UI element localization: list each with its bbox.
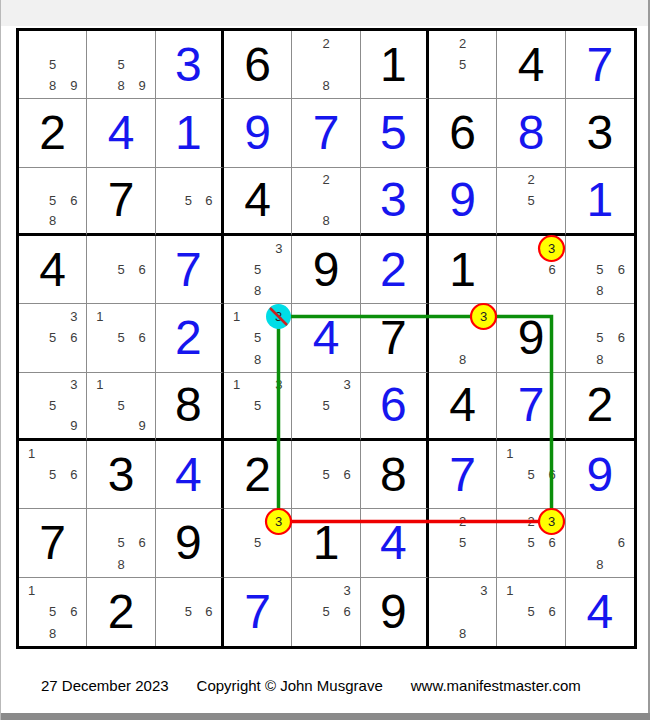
candidate-5: 5	[42, 190, 63, 210]
cell-r7c6: 8	[361, 441, 429, 509]
candidate-1: 1	[499, 580, 520, 601]
solved-digit: 4	[292, 304, 359, 371]
cell-r9c2: 2	[87, 578, 155, 646]
candidate-5: 5	[178, 601, 198, 622]
footer-website: www.manifestmaster.com	[411, 677, 581, 694]
given-digit: 9	[156, 509, 221, 576]
cell-r5c6: 7	[361, 304, 429, 372]
candidate-2: 2	[520, 170, 541, 190]
given-digit: 2	[566, 373, 634, 438]
solved-digit: 7	[292, 99, 359, 166]
cell-r3c4: 4	[224, 168, 292, 236]
candidate-9: 9	[63, 75, 84, 96]
candidates: 25	[499, 170, 562, 231]
given-digit: 9	[497, 304, 564, 371]
cell-r4c8: 36	[497, 236, 565, 304]
cell-r8c4: 35	[224, 509, 292, 577]
cell-r1c5: 28	[292, 31, 360, 99]
candidate-5: 5	[589, 327, 610, 348]
candidates: 359	[21, 375, 84, 436]
cell-r3c3: 56	[156, 168, 224, 236]
given-digit: 1	[361, 31, 426, 98]
candidates: 1568	[21, 580, 84, 644]
solved-digit: 4	[87, 99, 154, 166]
candidate-5: 5	[452, 54, 473, 75]
cell-r6c8: 7	[497, 373, 565, 441]
solved-digit: 4	[156, 441, 221, 508]
given-digit: 4	[497, 31, 564, 98]
candidates: 568	[89, 511, 152, 574]
candidate-6: 6	[132, 259, 153, 280]
candidates: 25	[431, 33, 494, 96]
solved-digit: 4	[566, 578, 634, 646]
cell-r1c3: 3	[156, 31, 224, 99]
candidate-2: 2	[452, 511, 473, 532]
candidate-3: 3	[268, 238, 289, 259]
cell-r4c5: 9	[292, 236, 360, 304]
cell-r2c8: 8	[497, 99, 565, 167]
given-digit: 3	[87, 441, 154, 508]
cell-r6c4: 135	[224, 373, 292, 441]
cell-r7c9: 9	[566, 441, 634, 509]
cell-r7c5: 56	[292, 441, 360, 509]
given-digit: 9	[292, 236, 359, 303]
cell-r5c2: 156	[87, 304, 155, 372]
candidate-5: 5	[110, 259, 131, 280]
given-digit: 9	[361, 578, 426, 646]
cell-r9c9: 4	[566, 578, 634, 646]
candidates: 56	[158, 580, 219, 644]
candidates: 28	[294, 33, 357, 96]
candidate-6: 6	[132, 532, 153, 553]
candidate-8: 8	[42, 75, 63, 96]
cell-r4c2: 56	[87, 236, 155, 304]
candidate-2: 2	[315, 170, 336, 190]
given-digit: 2	[19, 99, 86, 166]
cell-r2c3: 1	[156, 99, 224, 167]
candidates: 156	[499, 580, 562, 644]
cell-r4c9: 568	[566, 236, 634, 304]
candidate-8: 8	[315, 75, 336, 96]
page: 5895893628125472419756835687564283925145…	[0, 0, 650, 720]
candidates: 56	[158, 170, 219, 231]
cell-r2c1: 2	[19, 99, 87, 167]
candidate-8: 8	[110, 554, 131, 575]
solved-digit: 9	[566, 441, 634, 508]
cell-r9c7: 38	[429, 578, 497, 646]
candidate-5: 5	[520, 532, 541, 553]
candidate-6: 6	[542, 259, 563, 280]
cell-r5c7: 38	[429, 304, 497, 372]
solved-digit: 7	[224, 578, 291, 646]
candidate-5: 5	[315, 395, 336, 415]
candidates: 589	[89, 33, 152, 96]
candidates: 356	[21, 306, 84, 369]
cell-r3c2: 7	[87, 168, 155, 236]
candidate-5: 5	[42, 464, 63, 485]
solved-digit: 9	[429, 168, 496, 233]
cell-r9c4: 7	[224, 578, 292, 646]
candidates: 156	[499, 443, 562, 506]
candidate-6: 6	[63, 464, 84, 485]
solved-digit: 3	[361, 168, 426, 233]
candidate-1: 1	[226, 375, 247, 395]
solved-digit: 1	[156, 99, 221, 166]
candidate-5: 5	[520, 190, 541, 210]
cell-r7c3: 4	[156, 441, 224, 509]
candidate-5: 5	[247, 327, 268, 348]
cell-r2c2: 4	[87, 99, 155, 167]
cell-r5c8: 9	[497, 304, 565, 372]
candidates: 356	[294, 580, 357, 644]
solved-digit: 7	[156, 236, 221, 303]
candidates: 156	[89, 306, 152, 369]
cell-r1c6: 1	[361, 31, 429, 99]
candidate-6: 6	[542, 532, 563, 553]
candidate-5: 5	[42, 395, 63, 415]
candidate-2: 2	[452, 33, 473, 54]
cell-r8c3: 9	[156, 509, 224, 577]
candidate-6: 6	[337, 601, 358, 622]
solved-digit: 2	[361, 236, 426, 303]
candidates: 159	[89, 375, 152, 436]
cell-r1c2: 589	[87, 31, 155, 99]
candidates: 156	[21, 443, 84, 506]
cell-r1c1: 589	[19, 31, 87, 99]
given-digit: 4	[429, 373, 496, 438]
cell-r3c9: 1	[566, 168, 634, 236]
cell-r5c4: 1358	[224, 304, 292, 372]
cell-r4c4: 358	[224, 236, 292, 304]
candidate-6: 6	[63, 601, 84, 622]
candidates: 135	[226, 375, 289, 436]
candidate-3: 3	[542, 511, 563, 532]
candidate-6: 6	[199, 601, 219, 622]
candidates: 68	[568, 511, 632, 574]
solved-digit: 7	[429, 441, 496, 508]
cell-r7c1: 156	[19, 441, 87, 509]
cell-r6c6: 6	[361, 373, 429, 441]
candidate-8: 8	[315, 211, 336, 231]
candidate-2: 2	[315, 33, 336, 54]
candidate-5: 5	[110, 532, 131, 553]
given-digit: 4	[224, 168, 291, 233]
candidate-9: 9	[132, 416, 153, 436]
cell-r2c7: 6	[429, 99, 497, 167]
cell-r3c5: 28	[292, 168, 360, 236]
candidate-3: 3	[63, 375, 84, 395]
candidate-8: 8	[589, 349, 610, 370]
solved-digit: 7	[566, 31, 634, 98]
candidate-5: 5	[315, 601, 336, 622]
candidate-8: 8	[247, 349, 268, 370]
candidate-6: 6	[199, 190, 219, 210]
candidate-8: 8	[452, 623, 473, 644]
cell-r9c1: 1568	[19, 578, 87, 646]
candidate-5: 5	[110, 327, 131, 348]
candidates: 35	[294, 375, 357, 436]
cell-r4c1: 4	[19, 236, 87, 304]
cell-r9c5: 356	[292, 578, 360, 646]
cell-r2c4: 9	[224, 99, 292, 167]
candidate-5: 5	[452, 532, 473, 553]
candidates: 1358	[226, 306, 289, 369]
solved-digit: 1	[566, 168, 634, 233]
candidate-3: 3	[337, 580, 358, 601]
cell-r6c3: 8	[156, 373, 224, 441]
given-digit: 8	[361, 441, 426, 508]
solved-digit: 5	[361, 99, 426, 166]
candidates: 589	[21, 33, 84, 96]
candidate-2: 2	[520, 511, 541, 532]
candidate-5: 5	[247, 395, 268, 415]
candidate-6: 6	[132, 327, 153, 348]
candidates: 358	[226, 238, 289, 301]
cell-r8c9: 68	[566, 509, 634, 577]
candidate-6: 6	[611, 327, 632, 348]
cell-r5c1: 356	[19, 304, 87, 372]
candidate-6: 6	[63, 190, 84, 210]
candidate-3: 3	[63, 306, 84, 327]
candidate-5: 5	[42, 54, 63, 75]
cell-r1c7: 25	[429, 31, 497, 99]
solved-digit: 8	[497, 99, 564, 166]
footer-date: 27 December 2023	[41, 677, 169, 694]
cell-r8c6: 4	[361, 509, 429, 577]
bottom-edge-bar	[1, 713, 650, 720]
cell-r9c8: 156	[497, 578, 565, 646]
candidate-3: 3	[268, 375, 289, 395]
cell-r9c3: 56	[156, 578, 224, 646]
cell-r7c7: 7	[429, 441, 497, 509]
candidate-5: 5	[42, 601, 63, 622]
candidate-8: 8	[589, 280, 610, 301]
candidates: 2356	[499, 511, 562, 574]
candidate-5: 5	[110, 54, 131, 75]
candidate-5: 5	[110, 395, 131, 415]
given-digit: 1	[429, 236, 496, 303]
solved-digit: 2	[156, 304, 221, 371]
candidate-8: 8	[247, 280, 268, 301]
candidates: 56	[89, 238, 152, 301]
candidate-8: 8	[110, 75, 131, 96]
candidate-6: 6	[542, 601, 563, 622]
cell-r6c2: 159	[87, 373, 155, 441]
candidate-5: 5	[589, 259, 610, 280]
given-digit: 1	[292, 509, 359, 576]
solved-digit: 3	[156, 31, 221, 98]
cell-r1c9: 7	[566, 31, 634, 99]
given-digit: 7	[361, 304, 426, 371]
given-digit: 2	[87, 578, 154, 646]
candidate-1: 1	[21, 580, 42, 601]
candidate-3: 3	[473, 306, 494, 327]
candidate-1: 1	[21, 443, 42, 464]
candidate-8: 8	[452, 349, 473, 370]
cell-r3c6: 3	[361, 168, 429, 236]
cell-r7c4: 2	[224, 441, 292, 509]
cell-r7c8: 156	[497, 441, 565, 509]
cell-r2c9: 3	[566, 99, 634, 167]
given-digit: 7	[87, 168, 154, 233]
footer-copyright: Copyright © John Musgrave	[197, 677, 383, 694]
cell-r3c7: 9	[429, 168, 497, 236]
given-digit: 6	[224, 31, 291, 98]
given-digit: 3	[566, 99, 634, 166]
cell-r4c3: 7	[156, 236, 224, 304]
candidates: 38	[431, 580, 494, 644]
candidates: 568	[568, 238, 632, 301]
cell-r7c2: 3	[87, 441, 155, 509]
candidate-6: 6	[63, 327, 84, 348]
cell-r8c8: 2356	[497, 509, 565, 577]
given-digit: 6	[429, 99, 496, 166]
given-digit: 8	[156, 373, 221, 438]
candidate-3: 3	[268, 306, 289, 327]
candidate-5: 5	[247, 259, 268, 280]
candidate-1: 1	[499, 443, 520, 464]
top-margin-band	[1, 0, 650, 26]
solved-digit: 6	[361, 373, 426, 438]
candidate-5: 5	[178, 190, 198, 210]
cell-r8c7: 25	[429, 509, 497, 577]
candidates: 56	[294, 443, 357, 506]
cell-r6c5: 35	[292, 373, 360, 441]
cell-r3c1: 568	[19, 168, 87, 236]
solved-digit: 9	[224, 99, 291, 166]
given-digit: 7	[19, 509, 86, 576]
candidate-5: 5	[520, 464, 541, 485]
candidates: 38	[431, 306, 494, 369]
cell-r6c9: 2	[566, 373, 634, 441]
cell-r2c6: 5	[361, 99, 429, 167]
candidate-3: 3	[268, 511, 289, 532]
cell-r8c5: 1	[292, 509, 360, 577]
cell-r1c8: 4	[497, 31, 565, 99]
candidate-6: 6	[542, 464, 563, 485]
candidate-3: 3	[337, 375, 358, 395]
cell-r4c7: 1	[429, 236, 497, 304]
candidate-5: 5	[315, 464, 336, 485]
solved-digit: 7	[497, 373, 564, 438]
candidates: 36	[499, 238, 562, 301]
candidate-6: 6	[611, 259, 632, 280]
candidate-8: 8	[589, 554, 610, 575]
candidates: 568	[21, 170, 84, 231]
cell-r8c1: 7	[19, 509, 87, 577]
cell-r5c3: 2	[156, 304, 224, 372]
cell-r6c7: 4	[429, 373, 497, 441]
candidate-3: 3	[542, 238, 563, 259]
candidate-5: 5	[42, 327, 63, 348]
given-digit: 2	[224, 441, 291, 508]
candidate-5: 5	[247, 532, 268, 553]
cell-r5c5: 4	[292, 304, 360, 372]
cell-r3c8: 25	[497, 168, 565, 236]
cell-r2c5: 7	[292, 99, 360, 167]
candidate-9: 9	[63, 416, 84, 436]
candidates: 28	[294, 170, 357, 231]
sudoku-board: 5895893628125472419756835687564283925145…	[16, 28, 637, 649]
candidate-1: 1	[89, 375, 110, 395]
candidate-5: 5	[520, 601, 541, 622]
candidate-1: 1	[226, 306, 247, 327]
candidates: 568	[568, 306, 632, 369]
cell-r1c4: 6	[224, 31, 292, 99]
solved-digit: 4	[361, 509, 426, 576]
cell-r4c6: 2	[361, 236, 429, 304]
candidate-8: 8	[42, 211, 63, 231]
candidate-3: 3	[473, 580, 494, 601]
candidate-1: 1	[89, 306, 110, 327]
candidates: 35	[226, 511, 289, 574]
candidate-6: 6	[611, 532, 632, 553]
candidates: 25	[431, 511, 494, 574]
cell-r6c1: 359	[19, 373, 87, 441]
given-digit: 4	[19, 236, 86, 303]
cell-r5c9: 568	[566, 304, 634, 372]
candidate-8: 8	[42, 623, 63, 644]
cell-r8c2: 568	[87, 509, 155, 577]
cell-r9c6: 9	[361, 578, 429, 646]
candidate-9: 9	[132, 75, 153, 96]
footer-caption: 27 December 2023Copyright © John Musgrav…	[41, 677, 641, 694]
candidate-6: 6	[337, 464, 358, 485]
